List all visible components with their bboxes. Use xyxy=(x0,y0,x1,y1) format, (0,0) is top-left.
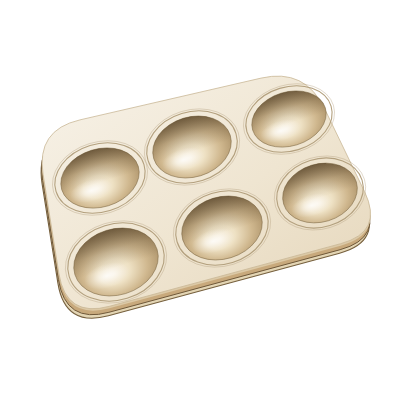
product-photo-canvas xyxy=(0,0,410,410)
product-photo xyxy=(0,0,410,410)
